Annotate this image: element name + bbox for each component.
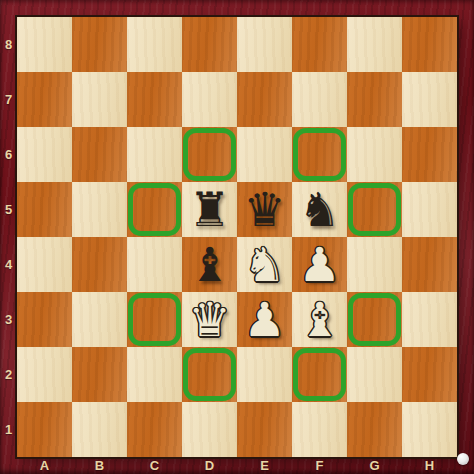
rank-label-4: 4 <box>0 237 17 292</box>
file-label-d: D <box>182 456 237 474</box>
square-h3[interactable] <box>402 292 457 347</box>
square-a3[interactable] <box>17 292 72 347</box>
file-label-b: B <box>72 456 127 474</box>
piece-black-knight-f5[interactable]: ♞ <box>292 182 347 237</box>
piece-white-bishop-f3[interactable]: ♝ <box>292 292 347 347</box>
rank-label-7: 7 <box>0 72 17 127</box>
square-f8[interactable] <box>292 17 347 72</box>
rank-label-5: 5 <box>0 182 17 237</box>
square-c5[interactable] <box>127 182 182 237</box>
rank-label-8: 8 <box>0 17 17 72</box>
square-b7[interactable] <box>72 72 127 127</box>
square-b6[interactable] <box>72 127 127 182</box>
piece-black-bishop-d4[interactable]: ♝ <box>182 237 237 292</box>
square-b1[interactable] <box>72 402 127 457</box>
rank-label-3: 3 <box>0 292 17 347</box>
chess-board: ♜♛♞♝♞♟♛♟♝ <box>17 17 457 457</box>
square-a7[interactable] <box>17 72 72 127</box>
square-b5[interactable] <box>72 182 127 237</box>
square-c2[interactable] <box>127 347 182 402</box>
square-b4[interactable] <box>72 237 127 292</box>
legal-move-highlight-c5 <box>128 183 181 236</box>
square-h7[interactable] <box>402 72 457 127</box>
square-d5[interactable]: ♜ <box>182 182 237 237</box>
rank-label-2: 2 <box>0 347 17 402</box>
file-label-g: G <box>347 456 402 474</box>
file-label-f: F <box>292 456 347 474</box>
square-g2[interactable] <box>347 347 402 402</box>
square-g8[interactable] <box>347 17 402 72</box>
square-c3[interactable] <box>127 292 182 347</box>
square-e3[interactable]: ♟ <box>237 292 292 347</box>
legal-move-highlight-d2 <box>183 348 236 401</box>
square-b2[interactable] <box>72 347 127 402</box>
square-c7[interactable] <box>127 72 182 127</box>
square-e2[interactable] <box>237 347 292 402</box>
piece-white-pawn-e3[interactable]: ♟ <box>237 292 292 347</box>
square-g5[interactable] <box>347 182 402 237</box>
square-c6[interactable] <box>127 127 182 182</box>
piece-black-rook-d5[interactable]: ♜ <box>182 182 237 237</box>
legal-move-highlight-g3 <box>348 293 401 346</box>
square-d4[interactable]: ♝ <box>182 237 237 292</box>
legal-move-highlight-g5 <box>348 183 401 236</box>
square-g6[interactable] <box>347 127 402 182</box>
square-b8[interactable] <box>72 17 127 72</box>
square-e1[interactable] <box>237 402 292 457</box>
square-d2[interactable] <box>182 347 237 402</box>
square-g1[interactable] <box>347 402 402 457</box>
file-label-a: A <box>17 456 72 474</box>
file-label-e: E <box>237 456 292 474</box>
square-e5[interactable]: ♛ <box>237 182 292 237</box>
file-label-c: C <box>127 456 182 474</box>
board-frame: ♜♛♞♝♞♟♛♟♝ 87654321ABCDEFGH <box>0 0 474 474</box>
legal-move-highlight-c3 <box>128 293 181 346</box>
square-a1[interactable] <box>17 402 72 457</box>
square-f7[interactable] <box>292 72 347 127</box>
square-h6[interactable] <box>402 127 457 182</box>
square-a5[interactable] <box>17 182 72 237</box>
square-h1[interactable] <box>402 402 457 457</box>
square-g3[interactable] <box>347 292 402 347</box>
square-b3[interactable] <box>72 292 127 347</box>
square-a4[interactable] <box>17 237 72 292</box>
square-h2[interactable] <box>402 347 457 402</box>
piece-black-queen-e5[interactable]: ♛ <box>237 182 292 237</box>
square-c8[interactable] <box>127 17 182 72</box>
square-e4[interactable]: ♞ <box>237 237 292 292</box>
square-f1[interactable] <box>292 402 347 457</box>
square-f2[interactable] <box>292 347 347 402</box>
square-e8[interactable] <box>237 17 292 72</box>
square-h4[interactable] <box>402 237 457 292</box>
rank-label-1: 1 <box>0 402 17 457</box>
square-f6[interactable] <box>292 127 347 182</box>
legal-move-highlight-f2 <box>293 348 346 401</box>
square-e6[interactable] <box>237 127 292 182</box>
square-d1[interactable] <box>182 402 237 457</box>
square-c1[interactable] <box>127 402 182 457</box>
square-d8[interactable] <box>182 17 237 72</box>
square-d3[interactable]: ♛ <box>182 292 237 347</box>
board-corner-dot <box>457 453 469 465</box>
square-h8[interactable] <box>402 17 457 72</box>
piece-white-queen-d3[interactable]: ♛ <box>182 292 237 347</box>
square-g7[interactable] <box>347 72 402 127</box>
legal-move-highlight-f6 <box>293 128 346 181</box>
file-label-h: H <box>402 456 457 474</box>
square-a8[interactable] <box>17 17 72 72</box>
square-f5[interactable]: ♞ <box>292 182 347 237</box>
rank-label-6: 6 <box>0 127 17 182</box>
square-f4[interactable]: ♟ <box>292 237 347 292</box>
square-f3[interactable]: ♝ <box>292 292 347 347</box>
piece-white-knight-e4[interactable]: ♞ <box>237 237 292 292</box>
square-d6[interactable] <box>182 127 237 182</box>
square-c4[interactable] <box>127 237 182 292</box>
legal-move-highlight-d6 <box>183 128 236 181</box>
piece-white-pawn-f4[interactable]: ♟ <box>292 237 347 292</box>
square-a2[interactable] <box>17 347 72 402</box>
square-h5[interactable] <box>402 182 457 237</box>
square-g4[interactable] <box>347 237 402 292</box>
square-e7[interactable] <box>237 72 292 127</box>
square-d7[interactable] <box>182 72 237 127</box>
square-a6[interactable] <box>17 127 72 182</box>
